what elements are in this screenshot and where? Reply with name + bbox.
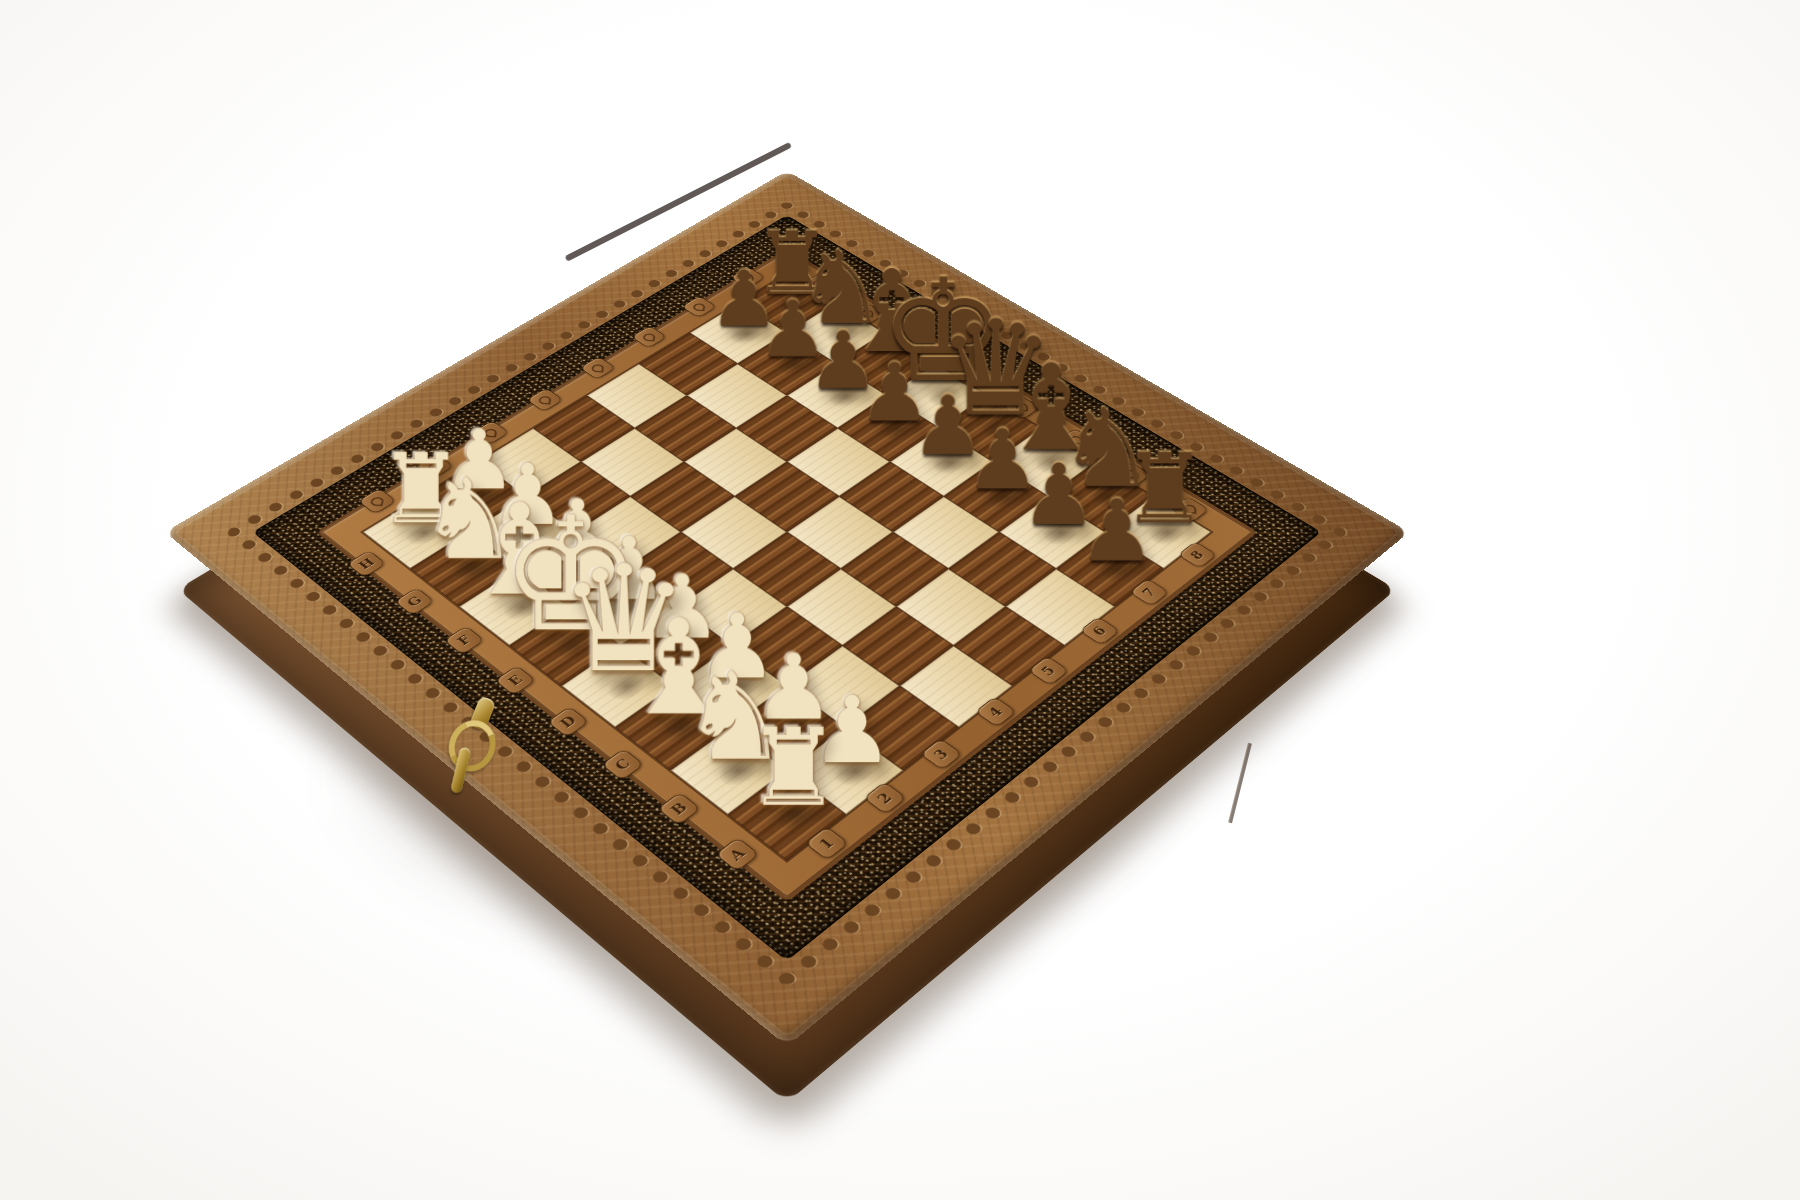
photo-scene: ♜♞♝♛♚♝♞♜♟♟♟♟♟♟♟♟♟♟♟♟♟♟♟♟♜♞♝♛♚♝♞♜ HGFEDCB…	[0, 0, 1800, 1200]
white-rook-icon: ♜	[570, 718, 1017, 820]
black-pawn-icon: ♟	[913, 492, 1320, 573]
clasp-hook-icon	[441, 713, 503, 778]
